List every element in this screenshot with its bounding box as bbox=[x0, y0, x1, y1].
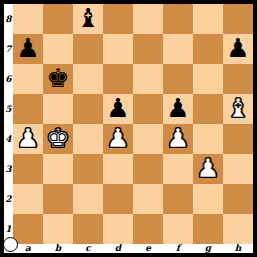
file-label-e: e bbox=[133, 244, 163, 253]
square-g5[interactable] bbox=[193, 94, 223, 124]
rank-label-3: 3 bbox=[4, 154, 13, 184]
square-g6[interactable] bbox=[193, 64, 223, 94]
white-pawn-piece: ♟ bbox=[16, 125, 39, 151]
white-bishop-piece: ♝ bbox=[226, 95, 249, 121]
side-to-move-indicator bbox=[3, 237, 18, 252]
square-d7[interactable] bbox=[103, 34, 133, 64]
square-g7[interactable] bbox=[193, 34, 223, 64]
square-f7[interactable] bbox=[163, 34, 193, 64]
square-c2[interactable] bbox=[73, 184, 103, 214]
file-label-c: c bbox=[73, 244, 103, 253]
square-h4[interactable] bbox=[223, 124, 253, 154]
white-pawn-piece: ♟ bbox=[166, 125, 189, 151]
square-a7[interactable]: ♟ bbox=[13, 34, 43, 64]
square-b6[interactable]: ♚ bbox=[43, 64, 73, 94]
file-label-h: h bbox=[223, 244, 253, 253]
chess-diagram: 87654321 ♝♟♟♚♟♟♝♟♚♟♟♟ abcdefgh bbox=[0, 0, 257, 257]
square-f8[interactable] bbox=[163, 4, 193, 34]
square-g1[interactable] bbox=[193, 214, 223, 244]
square-a2[interactable] bbox=[13, 184, 43, 214]
board-margin: 87654321 ♝♟♟♚♟♟♝♟♚♟♟♟ abcdefgh bbox=[4, 4, 253, 253]
black-pawn-piece: ♟ bbox=[106, 95, 129, 121]
square-a5[interactable] bbox=[13, 94, 43, 124]
square-g2[interactable] bbox=[193, 184, 223, 214]
square-c5[interactable] bbox=[73, 94, 103, 124]
black-pawn-piece: ♟ bbox=[226, 35, 249, 61]
square-a1[interactable] bbox=[13, 214, 43, 244]
square-c6[interactable] bbox=[73, 64, 103, 94]
rank-label-8: 8 bbox=[4, 4, 13, 34]
square-d8[interactable] bbox=[103, 4, 133, 34]
square-b2[interactable] bbox=[43, 184, 73, 214]
square-d5[interactable]: ♟ bbox=[103, 94, 133, 124]
square-e6[interactable] bbox=[133, 64, 163, 94]
square-d6[interactable] bbox=[103, 64, 133, 94]
black-pawn-piece: ♟ bbox=[166, 95, 189, 121]
square-a6[interactable] bbox=[13, 64, 43, 94]
square-g8[interactable] bbox=[193, 4, 223, 34]
square-e8[interactable] bbox=[133, 4, 163, 34]
square-f6[interactable] bbox=[163, 64, 193, 94]
white-pawn-piece: ♟ bbox=[196, 155, 219, 181]
square-h8[interactable] bbox=[223, 4, 253, 34]
square-e5[interactable] bbox=[133, 94, 163, 124]
rank-label-7: 7 bbox=[4, 34, 13, 64]
rank-label-2: 2 bbox=[4, 184, 13, 214]
square-b8[interactable] bbox=[43, 4, 73, 34]
square-c7[interactable] bbox=[73, 34, 103, 64]
square-f4[interactable]: ♟ bbox=[163, 124, 193, 154]
square-c1[interactable] bbox=[73, 214, 103, 244]
square-d1[interactable] bbox=[103, 214, 133, 244]
rank-label-4: 4 bbox=[4, 124, 13, 154]
file-label-f: f bbox=[163, 244, 193, 253]
square-d4[interactable]: ♟ bbox=[103, 124, 133, 154]
rank-label-6: 6 bbox=[4, 64, 13, 94]
chess-board: ♝♟♟♚♟♟♝♟♚♟♟♟ bbox=[13, 4, 253, 244]
file-label-g: g bbox=[193, 244, 223, 253]
square-f3[interactable] bbox=[163, 154, 193, 184]
square-e1[interactable] bbox=[133, 214, 163, 244]
white-king-piece: ♚ bbox=[46, 125, 69, 151]
square-h1[interactable] bbox=[223, 214, 253, 244]
black-pawn-piece: ♟ bbox=[16, 35, 39, 61]
square-h2[interactable] bbox=[223, 184, 253, 214]
square-a8[interactable] bbox=[13, 4, 43, 34]
square-f1[interactable] bbox=[163, 214, 193, 244]
square-c4[interactable] bbox=[73, 124, 103, 154]
square-e3[interactable] bbox=[133, 154, 163, 184]
square-a3[interactable] bbox=[13, 154, 43, 184]
square-f2[interactable] bbox=[163, 184, 193, 214]
rank-label-5: 5 bbox=[4, 94, 13, 124]
square-h7[interactable]: ♟ bbox=[223, 34, 253, 64]
square-h3[interactable] bbox=[223, 154, 253, 184]
square-g3[interactable]: ♟ bbox=[193, 154, 223, 184]
square-b1[interactable] bbox=[43, 214, 73, 244]
square-h5[interactable]: ♝ bbox=[223, 94, 253, 124]
square-b4[interactable]: ♚ bbox=[43, 124, 73, 154]
file-label-b: b bbox=[43, 244, 73, 253]
square-f5[interactable]: ♟ bbox=[163, 94, 193, 124]
square-e7[interactable] bbox=[133, 34, 163, 64]
file-labels: abcdefgh bbox=[13, 244, 253, 253]
square-e2[interactable] bbox=[133, 184, 163, 214]
square-b5[interactable] bbox=[43, 94, 73, 124]
square-c8[interactable]: ♝ bbox=[73, 4, 103, 34]
square-e4[interactable] bbox=[133, 124, 163, 154]
black-bishop-piece: ♝ bbox=[76, 5, 99, 31]
square-g4[interactable] bbox=[193, 124, 223, 154]
file-label-d: d bbox=[103, 244, 133, 253]
square-d3[interactable] bbox=[103, 154, 133, 184]
square-a4[interactable]: ♟ bbox=[13, 124, 43, 154]
white-pawn-piece: ♟ bbox=[106, 125, 129, 151]
square-h6[interactable] bbox=[223, 64, 253, 94]
square-c3[interactable] bbox=[73, 154, 103, 184]
square-b3[interactable] bbox=[43, 154, 73, 184]
rank-labels: 87654321 bbox=[4, 4, 13, 244]
square-b7[interactable] bbox=[43, 34, 73, 64]
square-d2[interactable] bbox=[103, 184, 133, 214]
black-king-piece: ♚ bbox=[46, 65, 69, 91]
